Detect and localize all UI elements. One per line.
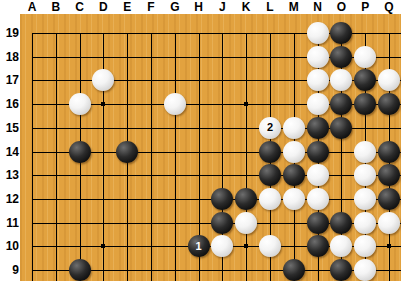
- grid-line-col-B: [56, 33, 57, 281]
- column-label-F: F: [147, 0, 154, 14]
- row-label-13: 13: [6, 168, 19, 182]
- stone-Q16-black[interactable]: [378, 93, 400, 115]
- stone-C16-white[interactable]: [69, 93, 91, 115]
- stone-move-number: 1: [196, 241, 202, 252]
- column-label-B: B: [51, 0, 60, 14]
- column-label-H: H: [194, 0, 203, 14]
- stone-K11-white[interactable]: [235, 212, 257, 234]
- stone-L15-white[interactable]: 2: [259, 117, 281, 139]
- column-label-P: P: [361, 0, 369, 14]
- stone-L14-black[interactable]: [259, 141, 281, 163]
- column-label-E: E: [123, 0, 131, 14]
- stone-O17-white[interactable]: [330, 69, 352, 91]
- stone-P12-white[interactable]: [354, 188, 376, 210]
- star-point-K16: [244, 102, 248, 106]
- column-label-L: L: [266, 0, 273, 14]
- grid-line-col-G: [175, 33, 176, 281]
- go-board-app: ABCDEFGHJKLMNOPQ191817161514131211109 21: [0, 0, 401, 281]
- stone-N18-white[interactable]: [307, 46, 329, 68]
- row-label-9: 9: [12, 263, 19, 277]
- stone-C9-black[interactable]: [69, 259, 91, 281]
- column-label-C: C: [75, 0, 84, 14]
- stone-N13-white[interactable]: [307, 164, 329, 186]
- stone-N16-white[interactable]: [307, 93, 329, 115]
- stone-K12-black[interactable]: [235, 188, 257, 210]
- column-label-A: A: [28, 0, 37, 14]
- stone-D17-white[interactable]: [92, 69, 114, 91]
- column-label-O: O: [337, 0, 346, 14]
- stone-P9-white[interactable]: [354, 259, 376, 281]
- stone-O16-black[interactable]: [330, 93, 352, 115]
- stone-M14-white[interactable]: [283, 141, 305, 163]
- star-point-Q10: [387, 244, 391, 248]
- stone-Q17-white[interactable]: [378, 69, 400, 91]
- stone-move-number: 2: [267, 122, 273, 133]
- row-label-14: 14: [6, 145, 19, 159]
- stone-Q14-black[interactable]: [378, 141, 400, 163]
- stone-H10-black[interactable]: 1: [188, 235, 210, 257]
- grid-line-row-13: [32, 175, 401, 176]
- stone-O18-black[interactable]: [330, 46, 352, 68]
- stone-J12-black[interactable]: [211, 188, 233, 210]
- stone-L10-white[interactable]: [259, 235, 281, 257]
- row-label-12: 12: [6, 192, 19, 206]
- stone-J10-white[interactable]: [211, 235, 233, 257]
- stone-P18-white[interactable]: [354, 46, 376, 68]
- stone-N14-black[interactable]: [307, 141, 329, 163]
- stone-P17-black[interactable]: [354, 69, 376, 91]
- stone-J11-black[interactable]: [211, 212, 233, 234]
- column-label-D: D: [99, 0, 108, 14]
- column-label-N: N: [313, 0, 322, 14]
- row-label-19: 19: [6, 26, 19, 40]
- stone-N19-white[interactable]: [307, 22, 329, 44]
- column-label-K: K: [242, 0, 251, 14]
- stone-M9-black[interactable]: [283, 259, 305, 281]
- stone-N10-black[interactable]: [307, 235, 329, 257]
- stone-N15-black[interactable]: [307, 117, 329, 139]
- stone-P11-white[interactable]: [354, 212, 376, 234]
- stone-P13-white[interactable]: [354, 164, 376, 186]
- row-label-18: 18: [6, 50, 19, 64]
- row-label-11: 11: [6, 216, 19, 230]
- star-point-D10: [101, 244, 105, 248]
- stone-O9-black[interactable]: [330, 259, 352, 281]
- grid-line-col-A: [32, 33, 33, 281]
- grid-line-col-F: [151, 33, 152, 281]
- stone-C14-black[interactable]: [69, 141, 91, 163]
- stone-M12-white[interactable]: [283, 188, 305, 210]
- stone-P16-black[interactable]: [354, 93, 376, 115]
- stone-Q13-black[interactable]: [378, 164, 400, 186]
- stone-O11-black[interactable]: [330, 212, 352, 234]
- row-label-10: 10: [6, 239, 19, 253]
- stone-M15-white[interactable]: [283, 117, 305, 139]
- stone-M13-black[interactable]: [283, 164, 305, 186]
- stone-P10-white[interactable]: [354, 235, 376, 257]
- stone-P14-white[interactable]: [354, 141, 376, 163]
- stone-N12-white[interactable]: [307, 188, 329, 210]
- stone-N11-black[interactable]: [307, 212, 329, 234]
- column-label-J: J: [219, 0, 226, 14]
- star-point-D16: [101, 102, 105, 106]
- star-point-K10: [244, 244, 248, 248]
- row-label-17: 17: [6, 73, 19, 87]
- stone-L12-white[interactable]: [259, 188, 281, 210]
- row-label-16: 16: [6, 97, 19, 111]
- stone-L13-black[interactable]: [259, 164, 281, 186]
- stone-Q12-black[interactable]: [378, 188, 400, 210]
- stone-N17-white[interactable]: [307, 69, 329, 91]
- stone-E14-black[interactable]: [116, 141, 138, 163]
- stone-O10-white[interactable]: [330, 235, 352, 257]
- column-label-Q: Q: [384, 0, 393, 14]
- stone-Q11-white[interactable]: [378, 212, 400, 234]
- stone-G16-white[interactable]: [164, 93, 186, 115]
- stone-O15-black[interactable]: [330, 117, 352, 139]
- column-label-M: M: [289, 0, 299, 14]
- row-label-15: 15: [6, 121, 19, 135]
- column-label-G: G: [170, 0, 179, 14]
- stone-O19-black[interactable]: [330, 22, 352, 44]
